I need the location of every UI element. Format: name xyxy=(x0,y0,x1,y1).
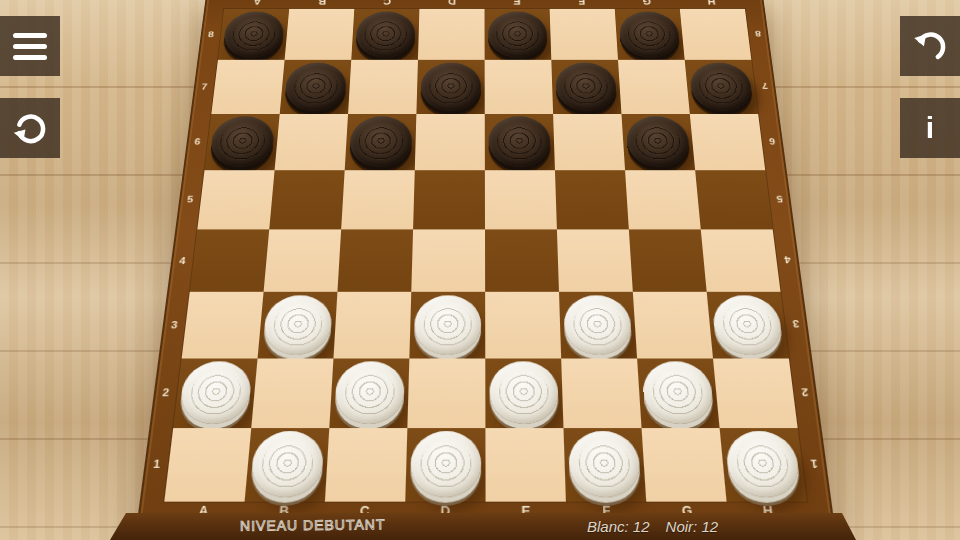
square-d8[interactable] xyxy=(418,9,485,60)
square-c1[interactable] xyxy=(325,428,407,502)
file-label-top-d: D xyxy=(419,0,484,9)
file-label-top-c: C xyxy=(354,0,420,9)
square-h3[interactable] xyxy=(707,292,789,358)
square-b5[interactable] xyxy=(269,170,344,229)
black-piece-g8[interactable] xyxy=(619,11,681,57)
file-label-top-g: G xyxy=(614,0,680,9)
square-f5[interactable] xyxy=(555,170,629,229)
square-a5[interactable] xyxy=(197,170,274,229)
restart-button[interactable] xyxy=(0,98,60,158)
board-grid xyxy=(164,9,807,502)
square-f3[interactable] xyxy=(559,292,637,358)
square-d6[interactable] xyxy=(415,114,485,170)
square-h1[interactable] xyxy=(720,428,807,502)
checkers-board: ABCDEFGH ABCDEFGH 87654321 87654321 xyxy=(136,0,836,532)
square-h4[interactable] xyxy=(701,229,781,292)
white-piece-b1[interactable] xyxy=(249,431,324,497)
info-icon: i xyxy=(926,113,934,143)
board-front-face: NIVEAU DEBUTANT Blanc: 12Noir: 12 xyxy=(110,513,856,540)
file-labels-top: ABCDEFGH xyxy=(224,0,745,9)
black-piece-d7[interactable] xyxy=(420,63,481,111)
square-a6[interactable] xyxy=(205,114,280,170)
white-piece-g2[interactable] xyxy=(642,361,715,424)
square-e7[interactable] xyxy=(485,60,553,114)
black-piece-e8[interactable] xyxy=(488,11,547,57)
black-piece-f7[interactable] xyxy=(555,63,617,111)
checkers-app: ABCDEFGH ABCDEFGH 87654321 87654321 NIVE… xyxy=(0,0,960,540)
white-count-label: Blanc: 12 xyxy=(587,518,650,535)
board-3d-scene: ABCDEFGH ABCDEFGH 87654321 87654321 xyxy=(0,0,960,540)
square-a2[interactable] xyxy=(173,358,257,428)
undo-button[interactable] xyxy=(900,16,960,76)
black-piece-c8[interactable] xyxy=(355,11,416,57)
square-g4[interactable] xyxy=(629,229,707,292)
black-piece-e6[interactable] xyxy=(489,116,551,167)
square-d1[interactable] xyxy=(405,428,485,502)
square-b4[interactable] xyxy=(264,229,342,292)
square-g8[interactable] xyxy=(615,9,685,60)
square-c4[interactable] xyxy=(337,229,413,292)
piece-counts: Blanc: 12Noir: 12 xyxy=(587,518,718,535)
square-g6[interactable] xyxy=(621,114,695,170)
black-piece-a8[interactable] xyxy=(222,11,285,57)
square-c6[interactable] xyxy=(345,114,417,170)
menu-button[interactable] xyxy=(0,16,60,76)
square-a1[interactable] xyxy=(164,428,251,502)
square-b6[interactable] xyxy=(275,114,348,170)
square-g7[interactable] xyxy=(618,60,690,114)
square-f1[interactable] xyxy=(563,428,646,502)
white-piece-d3[interactable] xyxy=(414,295,481,354)
white-piece-h3[interactable] xyxy=(711,295,784,354)
square-a8[interactable] xyxy=(218,9,289,60)
file-label-top-h: H xyxy=(678,0,745,9)
square-h6[interactable] xyxy=(690,114,765,170)
white-piece-f3[interactable] xyxy=(563,295,632,354)
square-h2[interactable] xyxy=(713,358,798,428)
square-b2[interactable] xyxy=(251,358,333,428)
square-e2[interactable] xyxy=(485,358,563,428)
square-h7[interactable] xyxy=(685,60,758,114)
black-piece-a6[interactable] xyxy=(209,116,276,167)
square-g1[interactable] xyxy=(642,428,727,502)
square-e8[interactable] xyxy=(485,9,552,60)
square-b1[interactable] xyxy=(245,428,330,502)
square-b8[interactable] xyxy=(285,9,355,60)
square-g3[interactable] xyxy=(633,292,713,358)
square-c8[interactable] xyxy=(351,9,419,60)
file-label-top-a: A xyxy=(224,0,290,9)
square-f8[interactable] xyxy=(550,9,618,60)
level-label: NIVEAU DEBUTANT xyxy=(240,516,386,534)
square-h8[interactable] xyxy=(680,9,752,60)
black-piece-c6[interactable] xyxy=(349,116,413,167)
square-h5[interactable] xyxy=(695,170,773,229)
square-e6[interactable] xyxy=(485,114,555,170)
square-f7[interactable] xyxy=(551,60,621,114)
square-f2[interactable] xyxy=(561,358,641,428)
square-c2[interactable] xyxy=(329,358,409,428)
info-button[interactable]: i xyxy=(900,98,960,158)
file-label-top-f: F xyxy=(549,0,615,9)
undo-arrow-icon xyxy=(909,25,951,67)
square-e4[interactable] xyxy=(485,229,559,292)
white-piece-a2[interactable] xyxy=(178,361,253,424)
square-g2[interactable] xyxy=(637,358,720,428)
black-piece-h7[interactable] xyxy=(689,63,754,111)
square-f4[interactable] xyxy=(557,229,633,292)
square-d3[interactable] xyxy=(409,292,485,358)
square-a7[interactable] xyxy=(211,60,284,114)
white-piece-h1[interactable] xyxy=(724,431,802,497)
square-b3[interactable] xyxy=(258,292,338,358)
square-a4[interactable] xyxy=(190,229,270,292)
black-piece-g6[interactable] xyxy=(625,116,691,167)
white-piece-d1[interactable] xyxy=(410,431,481,497)
square-e1[interactable] xyxy=(485,428,565,502)
square-c5[interactable] xyxy=(341,170,415,229)
square-d7[interactable] xyxy=(416,60,484,114)
white-piece-b3[interactable] xyxy=(262,295,333,354)
hamburger-icon xyxy=(13,33,47,60)
square-c3[interactable] xyxy=(333,292,411,358)
square-e5[interactable] xyxy=(485,170,557,229)
white-piece-f1[interactable] xyxy=(568,431,642,497)
white-piece-c2[interactable] xyxy=(334,361,405,424)
black-piece-b7[interactable] xyxy=(284,63,348,111)
square-e3[interactable] xyxy=(485,292,561,358)
file-label-top-b: B xyxy=(289,0,355,9)
square-g5[interactable] xyxy=(625,170,701,229)
square-a3[interactable] xyxy=(182,292,264,358)
restart-circular-arrow-icon xyxy=(9,107,51,149)
square-d2[interactable] xyxy=(407,358,485,428)
black-count-label: Noir: 12 xyxy=(666,518,719,535)
square-c7[interactable] xyxy=(348,60,418,114)
square-f6[interactable] xyxy=(553,114,625,170)
square-d5[interactable] xyxy=(413,170,485,229)
file-label-top-e: E xyxy=(484,0,549,9)
square-d4[interactable] xyxy=(411,229,485,292)
square-b7[interactable] xyxy=(280,60,352,114)
white-piece-e2[interactable] xyxy=(490,361,560,424)
